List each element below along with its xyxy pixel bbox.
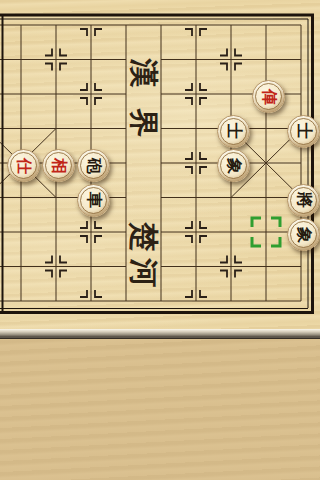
piece-black-chariot[interactable]: 車 <box>77 184 110 217</box>
point-marker <box>45 271 52 278</box>
piece-glyph: 仕 <box>16 158 32 174</box>
point-marker <box>185 167 192 174</box>
piece-glyph: 車 <box>86 192 102 208</box>
point-marker <box>95 290 102 297</box>
point-marker <box>220 49 227 56</box>
bottom-panel: 悔棋 查找棋库 傌三退八 第一局 <box>0 329 320 480</box>
piece-black-cannon[interactable]: 砲 <box>77 149 110 182</box>
piece-glyph: 士 <box>226 123 242 139</box>
point-marker <box>80 29 87 36</box>
point-marker <box>235 256 242 263</box>
piece-black-general[interactable]: 將 <box>287 184 320 217</box>
point-marker <box>80 83 87 90</box>
point-marker <box>60 256 67 263</box>
piece-red-chariot[interactable]: 俥 <box>252 80 285 113</box>
point-marker <box>45 64 52 71</box>
point-marker <box>60 271 67 278</box>
point-marker <box>220 64 227 71</box>
point-marker <box>235 271 242 278</box>
piece-glyph: 士 <box>296 123 312 139</box>
point-marker <box>185 29 192 36</box>
point-marker <box>185 152 192 159</box>
point-marker <box>80 290 87 297</box>
piece-black-elephant[interactable]: 象 <box>217 149 250 182</box>
piece-red-advisor[interactable]: 仕 <box>7 149 40 182</box>
point-marker <box>185 236 192 243</box>
piece-glyph: 象 <box>226 158 242 174</box>
point-marker <box>185 290 192 297</box>
xiangqi-board[interactable]: 漢界楚河仕相砲車俥士象士將象 <box>0 0 320 329</box>
piece-glyph: 砲 <box>86 158 102 174</box>
point-marker <box>95 83 102 90</box>
app-screen: 漢界楚河仕相砲車俥士象士將象 悔棋 查找棋库 傌三退八 第一局 <box>0 0 320 480</box>
point-marker <box>200 98 207 105</box>
point-marker <box>220 271 227 278</box>
board-edge-ridge <box>0 329 320 339</box>
point-marker <box>200 236 207 243</box>
river-label: 界 <box>128 107 160 139</box>
piece-glyph: 俥 <box>261 89 277 105</box>
river-label: 河 <box>128 257 160 289</box>
piece-red-elephant[interactable]: 相 <box>42 149 75 182</box>
point-marker <box>80 236 87 243</box>
point-marker <box>235 64 242 71</box>
piece-glyph: 將 <box>296 192 312 208</box>
point-marker <box>185 98 192 105</box>
point-marker <box>60 49 67 56</box>
piece-black-elephant[interactable]: 象 <box>287 218 320 251</box>
piece-black-advisor[interactable]: 士 <box>287 115 320 148</box>
point-marker <box>185 83 192 90</box>
river-label: 楚 <box>128 221 160 253</box>
point-marker <box>45 256 52 263</box>
point-marker <box>235 49 242 56</box>
point-marker <box>200 221 207 228</box>
point-marker <box>95 29 102 36</box>
point-marker <box>80 98 87 105</box>
point-marker <box>200 152 207 159</box>
piece-glyph: 相 <box>51 158 67 174</box>
point-marker <box>80 221 87 228</box>
point-marker <box>200 83 207 90</box>
point-marker <box>185 221 192 228</box>
point-marker <box>95 236 102 243</box>
river-label: 漢 <box>128 57 160 89</box>
point-marker <box>45 49 52 56</box>
point-marker <box>95 98 102 105</box>
point-marker <box>200 290 207 297</box>
point-marker <box>220 256 227 263</box>
piece-glyph: 象 <box>296 227 312 243</box>
point-marker <box>60 64 67 71</box>
point-marker <box>200 167 207 174</box>
point-marker <box>200 29 207 36</box>
piece-black-advisor[interactable]: 士 <box>217 115 250 148</box>
point-marker <box>95 221 102 228</box>
